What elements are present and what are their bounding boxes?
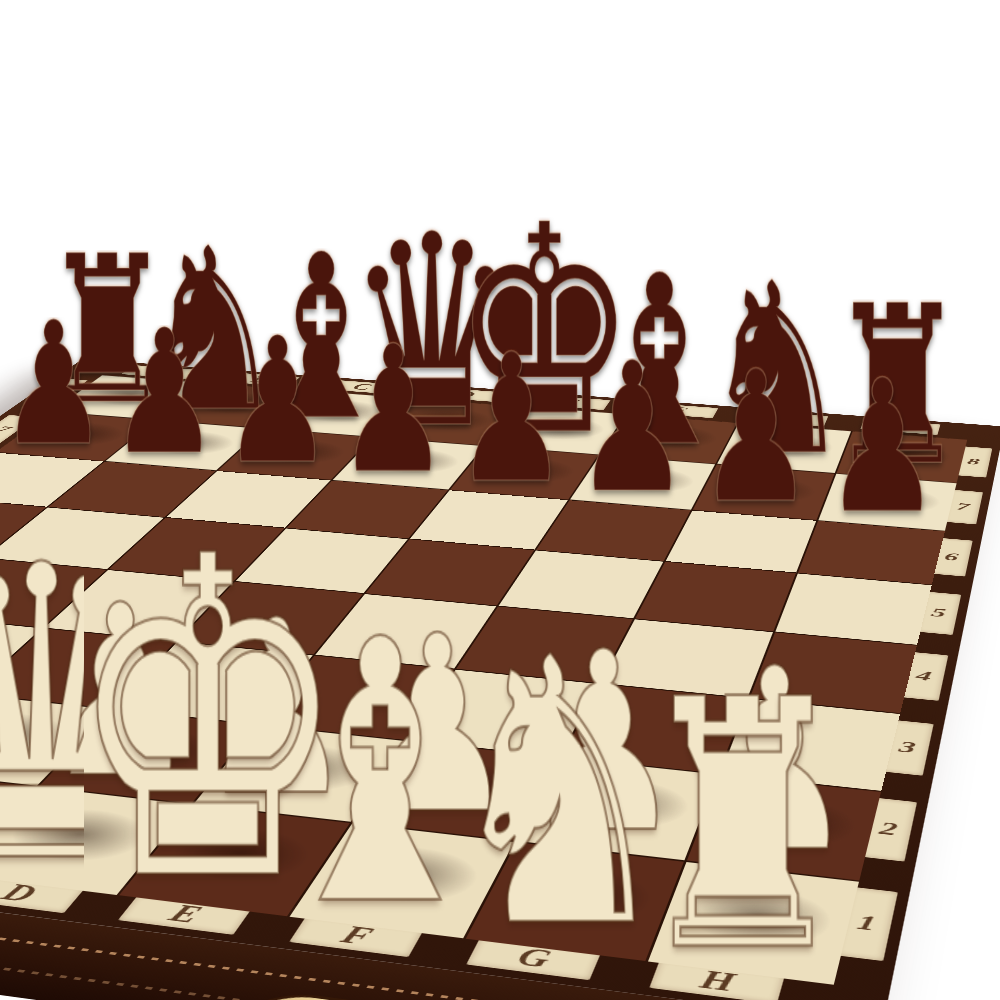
square-h6[interactable]	[798, 521, 945, 584]
board-grid: ♜♞♝♛♚♝♞♜♟♟♟♟♟♟♟♟♟♟♟♟♟♟♟♟♜♞♝♛♚♝♞♜	[0, 375, 955, 971]
brass-clasp-ornament	[218, 990, 410, 1000]
product-photo-scene: ABCDEFGH ABCDEFGH 87654321 87654321 ♜♞♝♛…	[0, 0, 1000, 1000]
piece-black-pawn[interactable]: ♟	[575, 358, 690, 501]
piece-black-pawn[interactable]: ♟	[222, 333, 333, 472]
chessboard: ABCDEFGH ABCDEFGH 87654321 87654321 ♜♞♝♛…	[0, 359, 1000, 1000]
piece-black-pawn[interactable]: ♟	[0, 317, 108, 453]
board-frame: ABCDEFGH ABCDEFGH 87654321 87654321 ♜♞♝♛…	[0, 359, 1000, 1000]
piece-black-pawn[interactable]: ♟	[824, 375, 941, 522]
square-g6[interactable]	[666, 511, 817, 573]
piece-black-pawn[interactable]: ♟	[698, 366, 814, 511]
piece-black-pawn[interactable]: ♟	[455, 349, 569, 491]
piece-black-pawn[interactable]: ♟	[109, 325, 219, 462]
piece-white-rook[interactable]: ♜	[633, 690, 853, 965]
piece-black-pawn[interactable]: ♟	[337, 341, 449, 481]
